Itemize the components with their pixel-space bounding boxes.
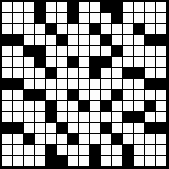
white-cell-r1c1[interactable]	[2, 2, 13, 13]
crossword-board	[0, 0, 169, 169]
white-cell-r9c8[interactable]	[79, 90, 90, 101]
black-cell-r3c13	[134, 24, 145, 35]
white-cell-r8c6[interactable]	[57, 79, 68, 90]
white-cell-r14c6[interactable]	[57, 145, 68, 156]
white-cell-r6c13[interactable]	[134, 57, 145, 68]
white-cell-r13c4[interactable]	[35, 134, 46, 145]
black-cell-r12c6	[57, 123, 68, 134]
white-cell-r10c2[interactable]	[13, 101, 24, 112]
white-cell-r2c12[interactable]	[123, 13, 134, 24]
white-cell-r9c14[interactable]	[145, 90, 156, 101]
white-cell-r12c11[interactable]	[112, 123, 123, 134]
white-cell-r8c8[interactable]	[79, 79, 90, 90]
white-cell-r7c15[interactable]	[156, 68, 167, 79]
white-cell-r9c10[interactable]	[101, 90, 112, 101]
white-cell-r13c10[interactable]	[101, 134, 112, 145]
white-cell-r7c10[interactable]	[101, 68, 112, 79]
white-cell-r6c12[interactable]	[123, 57, 134, 68]
white-cell-r12c9[interactable]	[90, 123, 101, 134]
white-cell-r6c11[interactable]	[112, 57, 123, 68]
black-cell-r7c5	[46, 68, 57, 79]
white-cell-r5c13[interactable]	[134, 46, 145, 57]
white-cell-r2c6[interactable]	[57, 13, 68, 24]
white-cell-r4c8[interactable]	[79, 35, 90, 46]
white-cell-r5c9[interactable]	[90, 46, 101, 57]
white-cell-r7c8[interactable]	[79, 68, 90, 79]
white-cell-r4c3[interactable]	[24, 35, 35, 46]
white-cell-r13c5[interactable]	[46, 134, 57, 145]
white-cell-r6c8[interactable]	[79, 57, 90, 68]
black-cell-r8c15	[156, 79, 167, 90]
black-cell-r13c11	[112, 134, 123, 145]
white-cell-r6c15[interactable]	[156, 57, 167, 68]
white-cell-r13c2[interactable]	[13, 134, 24, 145]
white-cell-r8c11[interactable]	[112, 79, 123, 90]
white-cell-r2c2[interactable]	[13, 13, 24, 24]
white-cell-r11c2[interactable]	[13, 112, 24, 123]
white-cell-r7c11[interactable]	[112, 68, 123, 79]
white-cell-r11c4[interactable]	[35, 112, 46, 123]
white-cell-r14c7[interactable]	[68, 145, 79, 156]
black-cell-r11c5	[46, 112, 57, 123]
white-cell-r13c8[interactable]	[79, 134, 90, 145]
white-cell-r5c12[interactable]	[123, 46, 134, 57]
white-cell-r11c1[interactable]	[2, 112, 13, 123]
white-cell-r11c3[interactable]	[24, 112, 35, 123]
black-cell-r6c7	[68, 57, 79, 68]
white-cell-r10c11[interactable]	[112, 101, 123, 112]
white-cell-r7c3[interactable]	[24, 68, 35, 79]
black-cell-r9c4	[35, 90, 46, 101]
white-cell-r10c9[interactable]	[90, 101, 101, 112]
white-cell-r10c4[interactable]	[35, 101, 46, 112]
white-cell-r9c1[interactable]	[2, 90, 13, 101]
white-cell-r13c9[interactable]	[90, 134, 101, 145]
white-cell-r4c13[interactable]	[134, 35, 145, 46]
white-cell-r3c7[interactable]	[68, 24, 79, 35]
white-cell-r3c11[interactable]	[112, 24, 123, 35]
white-cell-r6c5[interactable]	[46, 57, 57, 68]
black-cell-r3c5	[46, 24, 57, 35]
white-cell-r5c1[interactable]	[2, 46, 13, 57]
white-cell-r15c14[interactable]	[145, 156, 156, 167]
white-cell-r12c8[interactable]	[79, 123, 90, 134]
white-cell-r4c11[interactable]	[112, 35, 123, 46]
white-cell-r8c9[interactable]	[90, 79, 101, 90]
white-cell-r4c12[interactable]	[123, 35, 134, 46]
white-cell-r12c12[interactable]	[123, 123, 134, 134]
white-cell-r9c15[interactable]	[156, 90, 167, 101]
black-cell-r9c11	[112, 90, 123, 101]
white-cell-r9c2[interactable]	[13, 90, 24, 101]
black-cell-r14c12	[123, 145, 134, 156]
white-cell-r13c15[interactable]	[156, 134, 167, 145]
white-cell-r15c15[interactable]	[156, 156, 167, 167]
white-cell-r2c3[interactable]	[24, 13, 35, 24]
black-cell-r5c4	[35, 46, 46, 57]
black-cell-r4c15	[156, 35, 167, 46]
black-cell-r15c12	[123, 156, 134, 167]
black-cell-r4c14	[145, 35, 156, 46]
white-cell-r14c10[interactable]	[101, 145, 112, 156]
white-cell-r9c6[interactable]	[57, 90, 68, 101]
white-cell-r15c2[interactable]	[13, 156, 24, 167]
white-cell-r3c6[interactable]	[57, 24, 68, 35]
white-cell-r11c6[interactable]	[57, 112, 68, 123]
white-cell-r3c2[interactable]	[13, 24, 24, 35]
black-cell-r4c2	[13, 35, 24, 46]
black-cell-r11c13	[134, 112, 145, 123]
white-cell-r13c6[interactable]	[57, 134, 68, 145]
white-cell-r10c15[interactable]	[156, 101, 167, 112]
black-cell-r10c8	[79, 101, 90, 112]
white-cell-r4c5[interactable]	[46, 35, 57, 46]
white-cell-r3c12[interactable]	[123, 24, 134, 35]
white-cell-r5c2[interactable]	[13, 46, 24, 57]
white-cell-r4c7[interactable]	[68, 35, 79, 46]
white-cell-r9c9[interactable]	[90, 90, 101, 101]
white-cell-r6c6[interactable]	[57, 57, 68, 68]
black-cell-r5c11	[112, 46, 123, 57]
white-cell-r7c1[interactable]	[2, 68, 13, 79]
white-cell-r5c10[interactable]	[101, 46, 112, 57]
white-cell-r15c1[interactable]	[2, 156, 13, 167]
white-cell-r2c9[interactable]	[90, 13, 101, 24]
crossword-grid	[2, 2, 167, 167]
white-cell-r3c4[interactable]	[35, 24, 46, 35]
black-cell-r14c5	[46, 145, 57, 156]
black-cell-r8c2	[13, 79, 24, 90]
black-cell-r1c7	[68, 2, 79, 13]
white-cell-r1c5[interactable]	[46, 2, 57, 13]
black-cell-r6c10	[101, 57, 112, 68]
white-cell-r14c4[interactable]	[35, 145, 46, 156]
white-cell-r1c2[interactable]	[13, 2, 24, 13]
white-cell-r1c15[interactable]	[156, 2, 167, 13]
white-cell-r10c12[interactable]	[123, 101, 134, 112]
white-cell-r1c13[interactable]	[134, 2, 145, 13]
white-cell-r11c15[interactable]	[156, 112, 167, 123]
black-cell-r1c11	[112, 2, 123, 13]
black-cell-r8c14	[145, 79, 156, 90]
white-cell-r11c14[interactable]	[145, 112, 156, 123]
black-cell-r10c14	[145, 101, 156, 112]
white-cell-r4c4[interactable]	[35, 35, 46, 46]
white-cell-r2c1[interactable]	[2, 13, 13, 24]
white-cell-r15c3[interactable]	[24, 156, 35, 167]
white-cell-r7c4[interactable]	[35, 68, 46, 79]
white-cell-r12c4[interactable]	[35, 123, 46, 134]
black-cell-r2c7	[68, 13, 79, 24]
white-cell-r8c5[interactable]	[46, 79, 57, 90]
white-cell-r3c14[interactable]	[145, 24, 156, 35]
white-cell-r9c12[interactable]	[123, 90, 134, 101]
white-cell-r14c13[interactable]	[134, 145, 145, 156]
black-cell-r9c7	[68, 90, 79, 101]
white-cell-r7c14[interactable]	[145, 68, 156, 79]
white-cell-r1c9[interactable]	[90, 2, 101, 13]
white-cell-r13c13[interactable]	[134, 134, 145, 145]
white-cell-r15c7[interactable]	[68, 156, 79, 167]
black-cell-r10c5	[46, 101, 57, 112]
black-cell-r2c11	[112, 13, 123, 24]
white-cell-r6c3[interactable]	[24, 57, 35, 68]
white-cell-r10c13[interactable]	[134, 101, 145, 112]
black-cell-r10c10	[101, 101, 112, 112]
white-cell-r14c11[interactable]	[112, 145, 123, 156]
white-cell-r2c13[interactable]	[134, 13, 145, 24]
black-cell-r4c1	[2, 35, 13, 46]
white-cell-r6c14[interactable]	[145, 57, 156, 68]
white-cell-r3c1[interactable]	[2, 24, 13, 35]
white-cell-r2c8[interactable]	[79, 13, 90, 24]
black-cell-r9c3	[24, 90, 35, 101]
black-cell-r12c10	[101, 123, 112, 134]
white-cell-r10c6[interactable]	[57, 101, 68, 112]
black-cell-r6c4	[35, 57, 46, 68]
white-cell-r14c3[interactable]	[24, 145, 35, 156]
white-cell-r1c6[interactable]	[57, 2, 68, 13]
white-cell-r9c13[interactable]	[134, 90, 145, 101]
white-cell-r4c9[interactable]	[90, 35, 101, 46]
white-cell-r5c7[interactable]	[68, 46, 79, 57]
white-cell-r11c11[interactable]	[112, 112, 123, 123]
white-cell-r10c3[interactable]	[24, 101, 35, 112]
white-cell-r5c8[interactable]	[79, 46, 90, 57]
white-cell-r11c8[interactable]	[79, 112, 90, 123]
black-cell-r6c9	[90, 57, 101, 68]
black-cell-r4c10	[101, 35, 112, 46]
white-cell-r5c5[interactable]	[46, 46, 57, 57]
black-cell-r7c12	[123, 68, 134, 79]
white-cell-r15c11[interactable]	[112, 156, 123, 167]
black-cell-r1c10	[101, 2, 112, 13]
white-cell-r11c10[interactable]	[101, 112, 112, 123]
black-cell-r15c9	[90, 156, 101, 167]
white-cell-r10c1[interactable]	[2, 101, 13, 112]
white-cell-r14c15[interactable]	[156, 145, 167, 156]
white-cell-r9c5[interactable]	[46, 90, 57, 101]
white-cell-r11c9[interactable]	[90, 112, 101, 123]
white-cell-r11c7[interactable]	[68, 112, 79, 123]
white-cell-r15c10[interactable]	[101, 156, 112, 167]
black-cell-r12c1	[2, 123, 13, 134]
white-cell-r8c13[interactable]	[134, 79, 145, 90]
black-cell-r14c9	[90, 145, 101, 156]
white-cell-r2c14[interactable]	[145, 13, 156, 24]
white-cell-r13c14[interactable]	[145, 134, 156, 145]
black-cell-r13c7	[68, 134, 79, 145]
white-cell-r8c10[interactable]	[101, 79, 112, 90]
white-cell-r14c2[interactable]	[13, 145, 24, 156]
white-cell-r6c2[interactable]	[13, 57, 24, 68]
black-cell-r1c4	[35, 2, 46, 13]
white-cell-r12c13[interactable]	[134, 123, 145, 134]
black-cell-r8c1	[2, 79, 13, 90]
black-cell-r15c5	[46, 156, 57, 167]
white-cell-r8c3[interactable]	[24, 79, 35, 90]
black-cell-r11c12	[123, 112, 134, 123]
black-cell-r7c9	[90, 68, 101, 79]
white-cell-r14c1[interactable]	[2, 145, 13, 156]
white-cell-r3c10[interactable]	[101, 24, 112, 35]
white-cell-r1c8[interactable]	[79, 2, 90, 13]
white-cell-r8c12[interactable]	[123, 79, 134, 90]
white-cell-r3c3[interactable]	[24, 24, 35, 35]
white-cell-r8c7[interactable]	[68, 79, 79, 90]
white-cell-r15c4[interactable]	[35, 156, 46, 167]
white-cell-r13c1[interactable]	[2, 134, 13, 145]
white-cell-r1c3[interactable]	[24, 2, 35, 13]
white-cell-r8c4[interactable]	[35, 79, 46, 90]
black-cell-r5c3	[24, 46, 35, 57]
black-cell-r12c2	[13, 123, 24, 134]
white-cell-r6c1[interactable]	[2, 57, 13, 68]
white-cell-r15c13[interactable]	[134, 156, 145, 167]
white-cell-r14c14[interactable]	[145, 145, 156, 156]
white-cell-r7c2[interactable]	[13, 68, 24, 79]
white-cell-r1c12[interactable]	[123, 2, 134, 13]
white-cell-r2c5[interactable]	[46, 13, 57, 24]
white-cell-r7c6[interactable]	[57, 68, 68, 79]
white-cell-r12c7[interactable]	[68, 123, 79, 134]
white-cell-r5c14[interactable]	[145, 46, 156, 57]
white-cell-r13c12[interactable]	[123, 134, 134, 145]
white-cell-r12c5[interactable]	[46, 123, 57, 134]
white-cell-r15c8[interactable]	[79, 156, 90, 167]
black-cell-r3c9	[90, 24, 101, 35]
white-cell-r2c10[interactable]	[101, 13, 112, 24]
black-cell-r15c6	[57, 156, 68, 167]
white-cell-r10c7[interactable]	[68, 101, 79, 112]
black-cell-r13c3	[24, 134, 35, 145]
white-cell-r7c7[interactable]	[68, 68, 79, 79]
white-cell-r5c15[interactable]	[156, 46, 167, 57]
white-cell-r14c8[interactable]	[79, 145, 90, 156]
white-cell-r2c15[interactable]	[156, 13, 167, 24]
black-cell-r12c14	[145, 123, 156, 134]
black-cell-r4c6	[57, 35, 68, 46]
white-cell-r1c14[interactable]	[145, 2, 156, 13]
white-cell-r3c8[interactable]	[79, 24, 90, 35]
black-cell-r7c13	[134, 68, 145, 79]
white-cell-r12c3[interactable]	[24, 123, 35, 134]
black-cell-r12c15	[156, 123, 167, 134]
white-cell-r3c15[interactable]	[156, 24, 167, 35]
black-cell-r2c4	[35, 13, 46, 24]
white-cell-r5c6[interactable]	[57, 46, 68, 57]
